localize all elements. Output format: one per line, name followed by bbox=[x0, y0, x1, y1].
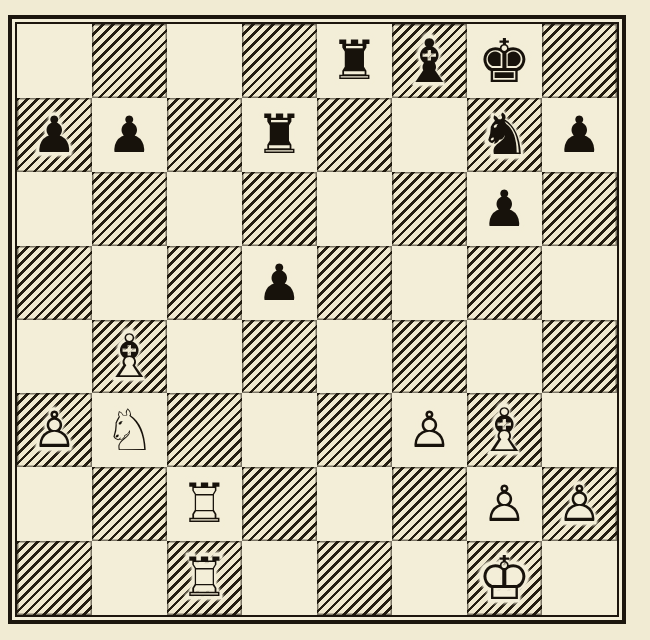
square-h5 bbox=[542, 246, 617, 320]
square-c8 bbox=[167, 24, 242, 98]
piece-black-bishop: ♝♝ bbox=[403, 31, 457, 91]
square-d6 bbox=[242, 172, 317, 246]
square-e1 bbox=[317, 541, 392, 615]
square-f1 bbox=[392, 541, 467, 615]
piece-white-pawn: ♟♙ bbox=[407, 405, 452, 455]
square-e6 bbox=[317, 172, 392, 246]
square-a4 bbox=[17, 320, 92, 394]
square-b7: ♟♟ bbox=[92, 98, 167, 172]
piece-white-bishop: ♝♗ bbox=[103, 326, 157, 386]
square-c2: ♜♖ bbox=[167, 467, 242, 541]
square-h7: ♟♟ bbox=[542, 98, 617, 172]
square-f4 bbox=[392, 320, 467, 394]
square-d5: ♟♟ bbox=[242, 246, 317, 320]
square-g8: ♚♚ bbox=[467, 24, 542, 98]
chess-board: ♜♜♝♝♚♚♟♟♟♟♜♜♞♞♟♟♟♟♟♟♝♗♟♙♞♘♟♙♝♗♜♖♟♙♟♙♜♖♚♔ bbox=[17, 24, 617, 615]
square-a1 bbox=[17, 541, 92, 615]
square-h3 bbox=[542, 393, 617, 467]
square-d3 bbox=[242, 393, 317, 467]
square-b1 bbox=[92, 541, 167, 615]
piece-black-rook: ♜♜ bbox=[330, 34, 378, 88]
square-h2: ♟♙ bbox=[542, 467, 617, 541]
piece-black-rook: ♜♜ bbox=[255, 108, 303, 162]
square-c3 bbox=[167, 393, 242, 467]
square-c5 bbox=[167, 246, 242, 320]
square-a8 bbox=[17, 24, 92, 98]
square-a6 bbox=[17, 172, 92, 246]
square-h8 bbox=[542, 24, 617, 98]
square-e3 bbox=[317, 393, 392, 467]
square-e5 bbox=[317, 246, 392, 320]
board-inner-border: ♜♜♝♝♚♚♟♟♟♟♜♜♞♞♟♟♟♟♟♟♝♗♟♙♞♘♟♙♝♗♜♖♟♙♟♙♜♖♚♔ bbox=[15, 22, 619, 617]
piece-white-king: ♚♔ bbox=[478, 548, 532, 608]
piece-white-rook: ♜♖ bbox=[180, 551, 228, 605]
square-b3: ♞♘ bbox=[92, 393, 167, 467]
square-g1: ♚♔ bbox=[467, 541, 542, 615]
square-a5 bbox=[17, 246, 92, 320]
square-g2: ♟♙ bbox=[467, 467, 542, 541]
square-g7: ♞♞ bbox=[467, 98, 542, 172]
square-c7 bbox=[167, 98, 242, 172]
square-d4 bbox=[242, 320, 317, 394]
square-d1 bbox=[242, 541, 317, 615]
square-d8 bbox=[242, 24, 317, 98]
piece-white-pawn: ♟♙ bbox=[557, 479, 602, 529]
square-f5 bbox=[392, 246, 467, 320]
square-g4 bbox=[467, 320, 542, 394]
square-d7: ♜♜ bbox=[242, 98, 317, 172]
square-e8: ♜♜ bbox=[317, 24, 392, 98]
square-g3: ♝♗ bbox=[467, 393, 542, 467]
piece-white-bishop: ♝♗ bbox=[478, 400, 532, 460]
square-c6 bbox=[167, 172, 242, 246]
square-f3: ♟♙ bbox=[392, 393, 467, 467]
piece-white-knight: ♞♘ bbox=[104, 402, 155, 459]
square-b6 bbox=[92, 172, 167, 246]
square-e4 bbox=[317, 320, 392, 394]
piece-white-pawn: ♟♙ bbox=[32, 405, 77, 455]
square-c1: ♜♖ bbox=[167, 541, 242, 615]
square-d2 bbox=[242, 467, 317, 541]
square-c4 bbox=[167, 320, 242, 394]
square-a7: ♟♟ bbox=[17, 98, 92, 172]
square-b8 bbox=[92, 24, 167, 98]
square-f7 bbox=[392, 98, 467, 172]
square-h1 bbox=[542, 541, 617, 615]
piece-black-king: ♚♚ bbox=[478, 31, 532, 91]
piece-white-rook: ♜♖ bbox=[180, 477, 228, 531]
square-b4: ♝♗ bbox=[92, 320, 167, 394]
square-b2 bbox=[92, 467, 167, 541]
square-h4 bbox=[542, 320, 617, 394]
square-b5 bbox=[92, 246, 167, 320]
piece-black-pawn: ♟♟ bbox=[107, 110, 152, 160]
square-f8: ♝♝ bbox=[392, 24, 467, 98]
square-g6: ♟♟ bbox=[467, 172, 542, 246]
square-f2 bbox=[392, 467, 467, 541]
square-a2 bbox=[17, 467, 92, 541]
square-e7 bbox=[317, 98, 392, 172]
square-g5 bbox=[467, 246, 542, 320]
square-e2 bbox=[317, 467, 392, 541]
square-a3: ♟♙ bbox=[17, 393, 92, 467]
square-f6 bbox=[392, 172, 467, 246]
piece-black-pawn: ♟♟ bbox=[482, 184, 527, 234]
piece-white-pawn: ♟♙ bbox=[482, 479, 527, 529]
piece-black-pawn: ♟♟ bbox=[32, 110, 77, 160]
piece-black-pawn: ♟♟ bbox=[257, 258, 302, 308]
board-frame: ♜♜♝♝♚♚♟♟♟♟♜♜♞♞♟♟♟♟♟♟♝♗♟♙♞♘♟♙♝♗♜♖♟♙♟♙♜♖♚♔ bbox=[8, 15, 626, 624]
piece-black-pawn: ♟♟ bbox=[557, 110, 602, 160]
square-h6 bbox=[542, 172, 617, 246]
piece-black-knight: ♞♞ bbox=[479, 106, 530, 163]
